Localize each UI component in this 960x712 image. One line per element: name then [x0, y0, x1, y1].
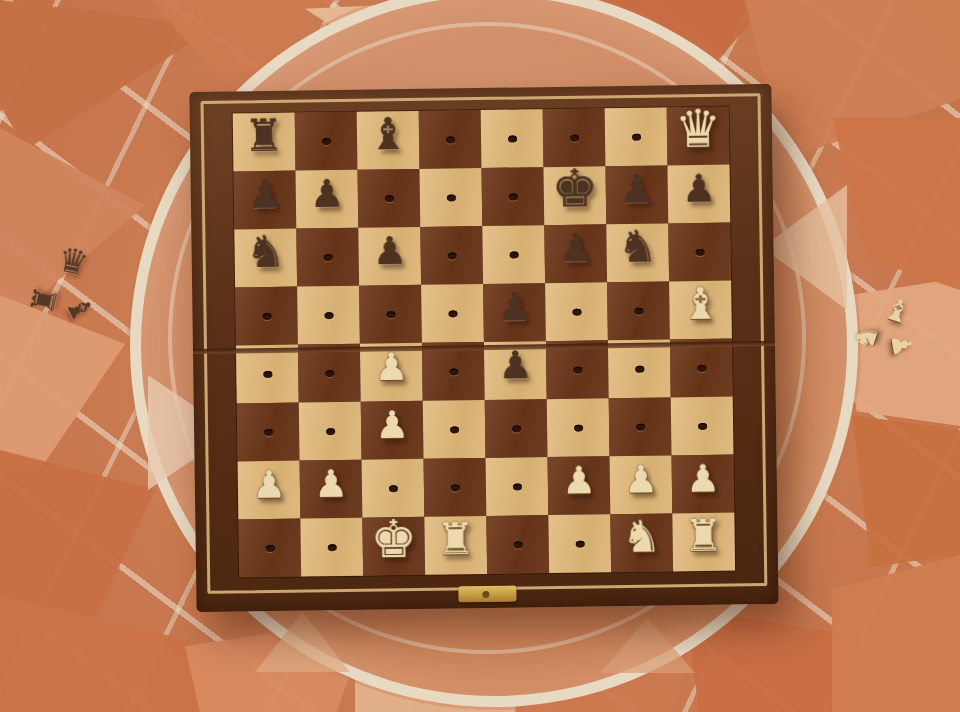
black-pawn-piece[interactable]: ♟	[310, 175, 345, 213]
square-h4[interactable]	[670, 339, 733, 398]
square-e7[interactable]	[481, 167, 544, 226]
square-a1[interactable]	[238, 519, 301, 578]
square-g8[interactable]	[605, 107, 668, 166]
black-pawn-piece[interactable]: ♟	[497, 288, 532, 326]
white-pawn-piece[interactable]: ♟	[374, 348, 409, 386]
square-f1[interactable]	[548, 514, 611, 573]
square-h8[interactable]: ♛	[667, 107, 730, 166]
peg-hole	[572, 308, 581, 315]
black-pawn-piece[interactable]: ♟	[248, 175, 283, 213]
peg-hole	[512, 425, 521, 432]
peg-hole	[450, 484, 459, 491]
square-e5[interactable]: ♟	[483, 283, 546, 342]
square-a6[interactable]: ♞	[234, 229, 297, 288]
black-king-piece[interactable]: ♚	[551, 162, 598, 215]
peg-hole	[574, 424, 583, 431]
square-b8[interactable]	[295, 112, 358, 171]
peg-hole	[322, 138, 331, 145]
square-d3[interactable]	[423, 400, 486, 459]
square-a4[interactable]	[236, 345, 299, 404]
captured-black-bishop: ♝	[60, 290, 99, 327]
black-bishop-piece[interactable]: ♝	[368, 112, 408, 157]
square-h5[interactable]: ♝	[669, 281, 732, 340]
square-b1[interactable]	[300, 518, 363, 577]
square-b6[interactable]	[296, 228, 359, 287]
black-pawn-piece[interactable]: ♟	[498, 346, 533, 384]
captured-white-bishop: ♝	[880, 293, 915, 330]
peg-hole	[263, 370, 272, 377]
white-pawn-piece[interactable]: ♟	[375, 406, 410, 444]
peg-hole	[327, 544, 336, 551]
square-h1[interactable]: ♜	[672, 513, 735, 572]
captured-black-queen: ♛	[55, 241, 92, 281]
square-d2[interactable]	[424, 458, 487, 517]
square-f6[interactable]: ♟	[544, 224, 607, 283]
square-e6[interactable]	[482, 225, 545, 284]
peg-hole	[265, 544, 274, 551]
square-f2[interactable]: ♟	[548, 456, 611, 515]
square-c4[interactable]: ♟	[360, 343, 423, 402]
square-c5[interactable]	[359, 285, 422, 344]
black-knight-piece[interactable]: ♞	[246, 230, 286, 275]
white-queen-piece[interactable]: ♛	[674, 102, 721, 155]
square-e8[interactable]	[481, 109, 544, 168]
white-pawn-piece[interactable]: ♟	[624, 460, 659, 498]
square-b5[interactable]	[297, 286, 360, 345]
peg-hole	[326, 428, 335, 435]
white-bishop-piece[interactable]: ♝	[680, 282, 720, 327]
captured-black-rook: ♜	[26, 283, 63, 318]
square-b7[interactable]: ♟	[296, 170, 359, 229]
white-rook-piece[interactable]: ♜	[684, 514, 724, 559]
square-g6[interactable]: ♞	[606, 223, 669, 282]
white-rook-piece[interactable]: ♜	[436, 517, 476, 562]
square-g5[interactable]	[607, 281, 670, 340]
square-f4[interactable]	[546, 340, 609, 399]
square-c3[interactable]: ♟	[361, 401, 424, 460]
square-e1[interactable]	[486, 515, 549, 574]
peg-hole	[636, 423, 645, 430]
white-king-piece[interactable]: ♚	[370, 513, 417, 566]
square-c6[interactable]: ♟	[358, 227, 421, 286]
peg-hole	[570, 134, 579, 141]
peg-hole	[446, 136, 455, 143]
square-g2[interactable]: ♟	[610, 455, 673, 514]
square-g7[interactable]: ♟	[605, 165, 668, 224]
square-h6[interactable]	[668, 223, 731, 282]
white-pawn-piece[interactable]: ♟	[252, 465, 287, 503]
chess-board: ♜♝♛♟♟♚♟♟♞♟♟♞♟♝♟♟♟♟♟♟♟♟♚♜♞♜	[233, 107, 735, 578]
peg-hole	[446, 194, 455, 201]
square-b2[interactable]: ♟	[300, 460, 363, 519]
square-d5[interactable]	[421, 284, 484, 343]
square-a5[interactable]	[235, 287, 298, 346]
square-e2[interactable]	[486, 457, 549, 516]
peg-hole	[697, 364, 706, 371]
captured-white-pawn: ♟	[887, 331, 917, 358]
square-f5[interactable]	[545, 282, 608, 341]
peg-hole	[698, 422, 707, 429]
square-a7[interactable]: ♟	[234, 171, 297, 230]
black-pawn-piece[interactable]: ♟	[619, 170, 654, 208]
photo-scene: ♜♝♛♟♟♚♟♟♞♟♟♞♟♝♟♟♟♟♟♟♟♟♚♜♞♜ ♛♜♝ ♝♞♟	[0, 0, 960, 712]
square-g4[interactable]	[608, 339, 671, 398]
square-b3[interactable]	[299, 402, 362, 461]
peg-hole	[386, 311, 395, 318]
square-a2[interactable]: ♟	[238, 461, 301, 520]
peg-hole	[509, 251, 518, 258]
black-pawn-piece[interactable]: ♟	[681, 169, 716, 207]
square-e4[interactable]: ♟	[484, 341, 547, 400]
peg-hole	[513, 541, 522, 548]
captured-black-pieces: ♛♜♝	[28, 242, 118, 352]
square-a8[interactable]: ♜	[233, 113, 296, 172]
peg-hole	[388, 485, 397, 492]
peg-hole	[508, 135, 517, 142]
peg-hole	[448, 310, 457, 317]
square-d7[interactable]	[419, 168, 482, 227]
peg-hole	[450, 426, 459, 433]
peg-hole	[324, 312, 333, 319]
square-d6[interactable]	[420, 226, 483, 285]
black-rook-piece[interactable]: ♜	[244, 114, 284, 159]
square-f3[interactable]	[547, 398, 610, 457]
square-a3[interactable]	[237, 403, 300, 462]
peg-hole	[573, 366, 582, 373]
peg-hole	[512, 483, 521, 490]
square-c7[interactable]	[357, 169, 420, 228]
brass-latch[interactable]	[458, 586, 516, 603]
square-h7[interactable]: ♟	[667, 165, 730, 224]
square-g1[interactable]: ♞	[610, 513, 673, 572]
peg-hole	[325, 370, 334, 377]
square-h2[interactable]: ♟	[672, 455, 735, 514]
peg-hole	[384, 195, 393, 202]
peg-hole	[447, 252, 456, 259]
captured-white-knight: ♞	[847, 320, 884, 355]
chess-board-box: ♜♝♛♟♟♚♟♟♞♟♟♞♟♝♟♟♟♟♟♟♟♟♚♜♞♜	[189, 84, 778, 612]
square-g3[interactable]	[609, 397, 672, 456]
square-e3[interactable]	[485, 399, 548, 458]
black-pawn-piece[interactable]: ♟	[372, 232, 407, 270]
peg-hole	[575, 540, 584, 547]
square-b4[interactable]	[298, 344, 361, 403]
white-pawn-piece[interactable]: ♟	[314, 465, 349, 503]
peg-hole	[695, 248, 704, 255]
square-h3[interactable]	[671, 397, 734, 456]
square-d8[interactable]	[419, 110, 482, 169]
square-d1[interactable]: ♜	[424, 516, 487, 575]
square-f7[interactable]: ♚	[543, 166, 606, 225]
square-c1[interactable]: ♚	[362, 517, 425, 576]
white-pawn-piece[interactable]: ♟	[562, 461, 597, 499]
peg-hole	[634, 307, 643, 314]
peg-hole	[632, 133, 641, 140]
square-d4[interactable]	[422, 342, 485, 401]
peg-hole	[262, 312, 271, 319]
captured-white-pieces: ♝♞♟	[850, 292, 940, 382]
peg-hole	[449, 368, 458, 375]
black-pawn-piece[interactable]: ♟	[558, 229, 593, 267]
white-knight-piece[interactable]: ♞	[622, 514, 662, 559]
peg-hole	[264, 428, 273, 435]
peg-hole	[635, 365, 644, 372]
black-knight-piece[interactable]: ♞	[618, 224, 658, 269]
white-pawn-piece[interactable]: ♟	[686, 459, 721, 497]
peg-hole	[323, 254, 332, 261]
peg-hole	[508, 193, 517, 200]
square-c8[interactable]: ♝	[357, 111, 420, 170]
